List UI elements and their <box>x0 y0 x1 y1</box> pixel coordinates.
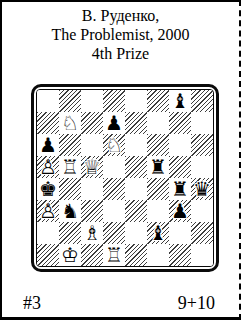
caption-row: #3 9+10 <box>23 293 215 313</box>
board: ♝♝♞♘♟♟♟♟♞♘♟♙♜♖♛♕♜♜♚♚♜♜♛♛♟♙♞♞♟♟♝♗♝♝♚♔♜♖ <box>37 90 213 266</box>
piece-halo: ♝ <box>147 222 169 244</box>
square-h8 <box>191 90 213 112</box>
square-e5 <box>125 156 147 178</box>
square-g6 <box>169 134 191 156</box>
square-b5: ♜♖ <box>59 156 81 178</box>
square-h4: ♛♛ <box>191 178 213 200</box>
white-rook-b5: ♖ <box>59 156 81 178</box>
square-d6: ♞♘ <box>103 134 125 156</box>
white-pawn-a5: ♙ <box>37 156 59 178</box>
square-f2: ♝♝ <box>147 222 169 244</box>
white-pawn-a3: ♙ <box>37 200 59 222</box>
square-f8 <box>147 90 169 112</box>
square-a5: ♟♙ <box>37 156 59 178</box>
square-d1: ♜♖ <box>103 244 125 266</box>
square-f1 <box>147 244 169 266</box>
piece-halo: ♟ <box>37 200 59 222</box>
black-king-a4: ♚ <box>37 178 59 200</box>
square-a4: ♚♚ <box>37 178 59 200</box>
black-pawn-a6: ♟ <box>37 134 59 156</box>
piece-halo: ♝ <box>169 90 191 112</box>
square-d8 <box>103 90 125 112</box>
piece-halo: ♟ <box>103 112 125 134</box>
white-king-b1: ♔ <box>59 244 81 266</box>
square-b1: ♚♔ <box>59 244 81 266</box>
black-knight-b3: ♞ <box>59 200 81 222</box>
square-c2: ♝♗ <box>81 222 103 244</box>
piece-halo: ♝ <box>81 222 103 244</box>
square-e6 <box>125 134 147 156</box>
black-bishop-g8: ♝ <box>169 90 191 112</box>
piece-halo: ♚ <box>37 178 59 200</box>
piece-halo: ♜ <box>147 156 169 178</box>
square-f6 <box>147 134 169 156</box>
square-e1 <box>125 244 147 266</box>
square-b8 <box>59 90 81 112</box>
square-h1 <box>191 244 213 266</box>
square-d7: ♟♟ <box>103 112 125 134</box>
white-queen-c5: ♕ <box>81 156 103 178</box>
square-g2 <box>169 222 191 244</box>
piece-halo: ♟ <box>37 134 59 156</box>
piece-halo: ♜ <box>59 156 81 178</box>
black-bishop-f2: ♝ <box>147 222 169 244</box>
square-b4 <box>59 178 81 200</box>
diagram-header: В. Руденко, The Problemist, 2000 4th Pri… <box>2 6 239 63</box>
square-e3 <box>125 200 147 222</box>
square-h5 <box>191 156 213 178</box>
square-a7 <box>37 112 59 134</box>
square-a3: ♟♙ <box>37 200 59 222</box>
square-c3 <box>81 200 103 222</box>
square-d2 <box>103 222 125 244</box>
square-c1 <box>81 244 103 266</box>
square-e7 <box>125 112 147 134</box>
square-c4 <box>81 178 103 200</box>
piece-halo: ♜ <box>103 244 125 266</box>
black-pawn-d7: ♟ <box>103 112 125 134</box>
square-b7: ♞♘ <box>59 112 81 134</box>
square-f5: ♜♜ <box>147 156 169 178</box>
white-rook-d1: ♖ <box>103 244 125 266</box>
piece-halo: ♛ <box>81 156 103 178</box>
material-count-label: 9+10 <box>178 293 215 313</box>
square-g4: ♜♜ <box>169 178 191 200</box>
square-f3 <box>147 200 169 222</box>
black-pawn-g3: ♟ <box>169 200 191 222</box>
square-a6: ♟♟ <box>37 134 59 156</box>
black-rook-f5: ♜ <box>147 156 169 178</box>
square-a1 <box>37 244 59 266</box>
black-rook-g4: ♜ <box>169 178 191 200</box>
square-d3 <box>103 200 125 222</box>
square-g5 <box>169 156 191 178</box>
piece-halo: ♛ <box>191 178 213 200</box>
square-e8 <box>125 90 147 112</box>
square-e2 <box>125 222 147 244</box>
square-a2 <box>37 222 59 244</box>
diagram-page: В. Руденко, The Problemist, 2000 4th Pri… <box>0 0 241 320</box>
white-knight-d6: ♘ <box>103 134 125 156</box>
square-c7 <box>81 112 103 134</box>
white-knight-b7: ♘ <box>59 112 81 134</box>
square-b3: ♞♞ <box>59 200 81 222</box>
square-b2 <box>59 222 81 244</box>
square-e4 <box>125 178 147 200</box>
piece-halo: ♚ <box>59 244 81 266</box>
piece-halo: ♞ <box>59 200 81 222</box>
square-h6 <box>191 134 213 156</box>
board-inner-border: ♝♝♞♘♟♟♟♟♞♘♟♙♜♖♛♕♜♜♚♚♜♜♛♛♟♙♞♞♟♟♝♗♝♝♚♔♜♖ <box>36 89 214 267</box>
piece-halo: ♞ <box>103 134 125 156</box>
square-c6 <box>81 134 103 156</box>
square-d4 <box>103 178 125 200</box>
square-b6 <box>59 134 81 156</box>
source-line: The Problemist, 2000 <box>2 25 239 44</box>
square-g1 <box>169 244 191 266</box>
piece-halo: ♟ <box>169 200 191 222</box>
square-g8: ♝♝ <box>169 90 191 112</box>
author-line: В. Руденко, <box>2 6 239 25</box>
square-g3: ♟♟ <box>169 200 191 222</box>
square-c5: ♛♕ <box>81 156 103 178</box>
square-h2 <box>191 222 213 244</box>
square-f4 <box>147 178 169 200</box>
square-a8 <box>37 90 59 112</box>
black-queen-h4: ♛ <box>191 178 213 200</box>
square-d5 <box>103 156 125 178</box>
piece-halo: ♞ <box>59 112 81 134</box>
square-c8 <box>81 90 103 112</box>
square-f7 <box>147 112 169 134</box>
square-h7 <box>191 112 213 134</box>
piece-halo: ♜ <box>169 178 191 200</box>
stipulation-label: #3 <box>23 293 41 313</box>
square-g7 <box>169 112 191 134</box>
board-frame: ♝♝♞♘♟♟♟♟♞♘♟♙♜♖♛♕♜♜♚♚♜♜♛♛♟♙♞♞♟♟♝♗♝♝♚♔♜♖ <box>31 84 219 272</box>
piece-halo: ♟ <box>37 156 59 178</box>
prize-line: 4th Prize <box>2 44 239 63</box>
square-h3 <box>191 200 213 222</box>
white-bishop-c2: ♗ <box>81 222 103 244</box>
